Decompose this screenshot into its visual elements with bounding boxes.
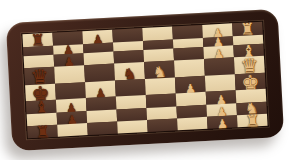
board-square[interactable] <box>54 66 85 84</box>
board-square[interactable]: ♛ <box>234 56 265 74</box>
board-square[interactable]: ♜ <box>237 113 268 127</box>
board-square[interactable] <box>87 121 118 135</box>
board-square[interactable]: ♞ <box>144 61 175 79</box>
board-square[interactable]: ♞ <box>114 62 145 80</box>
board-square[interactable] <box>84 64 115 82</box>
board-square[interactable] <box>145 77 176 95</box>
white-pawn: ♟ <box>217 119 228 131</box>
board-square[interactable] <box>204 58 235 76</box>
board-square[interactable] <box>205 74 236 92</box>
board-square[interactable]: ♚ <box>235 73 266 91</box>
board-square[interactable]: ♟ <box>175 76 206 94</box>
chess-board-squares: ♜♟♟♜♟♟♟♟♝♛♞♞♛♚♟♟♚♝♟♟♟♟♞♜♟♜ <box>21 21 268 140</box>
board-square[interactable] <box>115 79 146 97</box>
black-rook: ♜ <box>35 125 50 140</box>
board-square[interactable] <box>177 117 208 131</box>
board-square[interactable]: ♜ <box>27 124 58 138</box>
white-rook: ♜ <box>245 114 260 129</box>
photo-background: ♜♟♟♜♟♟♟♟♝♛♞♞♛♚♟♟♚♝♟♟♟♟♞♜♟♜ <box>0 0 290 160</box>
board-square[interactable] <box>117 120 148 134</box>
chess-board: ♜♟♟♜♟♟♟♟♝♛♞♞♛♚♟♟♚♝♟♟♟♟♞♜♟♜ <box>6 9 284 151</box>
board-square[interactable] <box>55 82 86 100</box>
board-square[interactable] <box>147 118 178 132</box>
board-square[interactable]: ♛ <box>24 67 55 85</box>
board-square[interactable]: ♟ <box>85 80 116 98</box>
board-square[interactable] <box>174 59 205 77</box>
board-square[interactable] <box>57 123 88 137</box>
board-square[interactable]: ♟ <box>207 115 238 129</box>
board-square[interactable]: ♚ <box>25 84 56 102</box>
